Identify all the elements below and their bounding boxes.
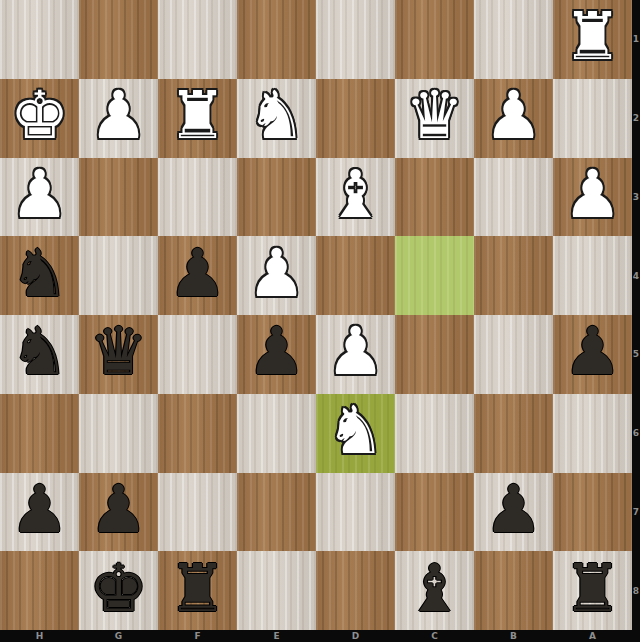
square-e6[interactable]	[237, 394, 316, 473]
square-a7[interactable]	[553, 473, 632, 552]
piece-wP-d5[interactable]: ♟	[326, 319, 385, 385]
piece-bK-g8[interactable]: ♚	[89, 556, 148, 622]
piece-bB-c8[interactable]: ♝	[405, 556, 464, 622]
square-b6[interactable]	[474, 394, 553, 473]
square-g4[interactable]	[79, 236, 158, 315]
piece-bP-h7[interactable]: ♟	[10, 477, 69, 543]
rank-coordinates: 12345678	[630, 0, 640, 630]
piece-wP-a3[interactable]: ♟	[563, 162, 622, 228]
square-d5[interactable]: ♟	[316, 315, 395, 394]
square-e8[interactable]	[237, 551, 316, 630]
square-b1[interactable]	[474, 0, 553, 79]
piece-wP-b2[interactable]: ♟	[484, 83, 543, 149]
square-f1[interactable]	[158, 0, 237, 79]
square-d3[interactable]: ♝	[316, 158, 395, 237]
square-f2[interactable]: ♜	[158, 79, 237, 158]
rank-label-3: 3	[630, 158, 640, 237]
square-h4[interactable]: ♞	[0, 236, 79, 315]
piece-bP-g7[interactable]: ♟	[89, 477, 148, 543]
piece-bN-h5[interactable]: ♞	[10, 319, 69, 385]
file-label-f: F	[158, 630, 237, 642]
square-c3[interactable]	[395, 158, 474, 237]
rank-label-2: 2	[630, 79, 640, 158]
square-b2[interactable]: ♟	[474, 79, 553, 158]
square-a1[interactable]: ♜	[553, 0, 632, 79]
rank-label-5: 5	[630, 315, 640, 394]
piece-bP-b7[interactable]: ♟	[484, 477, 543, 543]
square-a4[interactable]	[553, 236, 632, 315]
square-h3[interactable]: ♟	[0, 158, 79, 237]
square-e4[interactable]: ♟	[237, 236, 316, 315]
square-g2[interactable]: ♟	[79, 79, 158, 158]
piece-wP-g2[interactable]: ♟	[89, 83, 148, 149]
square-g7[interactable]: ♟	[79, 473, 158, 552]
file-coordinates: HGFEDCBA	[0, 630, 632, 642]
square-d6[interactable]: ♞	[316, 394, 395, 473]
square-h7[interactable]: ♟	[0, 473, 79, 552]
square-f5[interactable]	[158, 315, 237, 394]
piece-wR-a1[interactable]: ♜	[563, 4, 622, 70]
square-d2[interactable]	[316, 79, 395, 158]
piece-wN-e2[interactable]: ♞	[247, 83, 306, 149]
piece-wN-d6[interactable]: ♞	[326, 398, 385, 464]
square-g3[interactable]	[79, 158, 158, 237]
square-b7[interactable]: ♟	[474, 473, 553, 552]
square-g1[interactable]	[79, 0, 158, 79]
square-e5[interactable]: ♟	[237, 315, 316, 394]
square-h6[interactable]	[0, 394, 79, 473]
square-b4[interactable]	[474, 236, 553, 315]
piece-bP-a5[interactable]: ♟	[563, 319, 622, 385]
file-label-g: G	[79, 630, 158, 642]
chess-board: ♜♚♟♜♞♛♟♟♝♟♞♟♟♞♛♟♟♟♞♟♟♟♚♜♝♜ 12345678 HGFE…	[0, 0, 640, 642]
square-c2[interactable]: ♛	[395, 79, 474, 158]
square-e3[interactable]	[237, 158, 316, 237]
square-h5[interactable]: ♞	[0, 315, 79, 394]
piece-wR-f2[interactable]: ♜	[168, 83, 227, 149]
square-h8[interactable]	[0, 551, 79, 630]
square-f3[interactable]	[158, 158, 237, 237]
square-b5[interactable]	[474, 315, 553, 394]
square-a5[interactable]: ♟	[553, 315, 632, 394]
square-a8[interactable]: ♜	[553, 551, 632, 630]
rank-label-6: 6	[630, 394, 640, 473]
square-g8[interactable]: ♚	[79, 551, 158, 630]
square-g6[interactable]	[79, 394, 158, 473]
square-d1[interactable]	[316, 0, 395, 79]
file-label-b: B	[474, 630, 553, 642]
file-label-h: H	[0, 630, 79, 642]
square-d7[interactable]	[316, 473, 395, 552]
piece-wK-h2[interactable]: ♚	[10, 83, 69, 149]
board-grid[interactable]: ♜♚♟♜♞♛♟♟♝♟♞♟♟♞♛♟♟♟♞♟♟♟♚♜♝♜	[0, 0, 632, 630]
square-g5[interactable]: ♛	[79, 315, 158, 394]
square-h1[interactable]	[0, 0, 79, 79]
square-a6[interactable]	[553, 394, 632, 473]
square-a3[interactable]: ♟	[553, 158, 632, 237]
square-d8[interactable]	[316, 551, 395, 630]
square-e2[interactable]: ♞	[237, 79, 316, 158]
file-label-c: C	[395, 630, 474, 642]
rank-label-1: 1	[630, 0, 640, 79]
square-f7[interactable]	[158, 473, 237, 552]
piece-bP-e5[interactable]: ♟	[247, 319, 306, 385]
piece-bN-h4[interactable]: ♞	[10, 241, 69, 307]
square-f4[interactable]: ♟	[158, 236, 237, 315]
piece-bR-f8[interactable]: ♜	[168, 556, 227, 622]
file-label-a: A	[553, 630, 632, 642]
square-c4[interactable]	[395, 236, 474, 315]
piece-wB-d3[interactable]: ♝	[326, 162, 385, 228]
square-b3[interactable]	[474, 158, 553, 237]
piece-bR-a8[interactable]: ♜	[563, 556, 622, 622]
square-f8[interactable]: ♜	[158, 551, 237, 630]
square-f6[interactable]	[158, 394, 237, 473]
file-label-d: D	[316, 630, 395, 642]
rank-label-8: 8	[630, 551, 640, 630]
square-c7[interactable]	[395, 473, 474, 552]
square-b8[interactable]	[474, 551, 553, 630]
square-c5[interactable]	[395, 315, 474, 394]
square-e1[interactable]	[237, 0, 316, 79]
square-c1[interactable]	[395, 0, 474, 79]
square-e7[interactable]	[237, 473, 316, 552]
piece-bP-f4[interactable]: ♟	[168, 241, 227, 307]
piece-bQ-g5[interactable]: ♛	[89, 319, 148, 385]
square-c8[interactable]: ♝	[395, 551, 474, 630]
piece-wP-e4[interactable]: ♟	[247, 241, 306, 307]
piece-wQ-c2[interactable]: ♛	[405, 83, 464, 149]
square-c6[interactable]	[395, 394, 474, 473]
square-a2[interactable]	[553, 79, 632, 158]
piece-wP-h3[interactable]: ♟	[10, 162, 69, 228]
square-h2[interactable]: ♚	[0, 79, 79, 158]
file-label-e: E	[237, 630, 316, 642]
rank-label-4: 4	[630, 236, 640, 315]
rank-label-7: 7	[630, 473, 640, 552]
square-d4[interactable]	[316, 236, 395, 315]
